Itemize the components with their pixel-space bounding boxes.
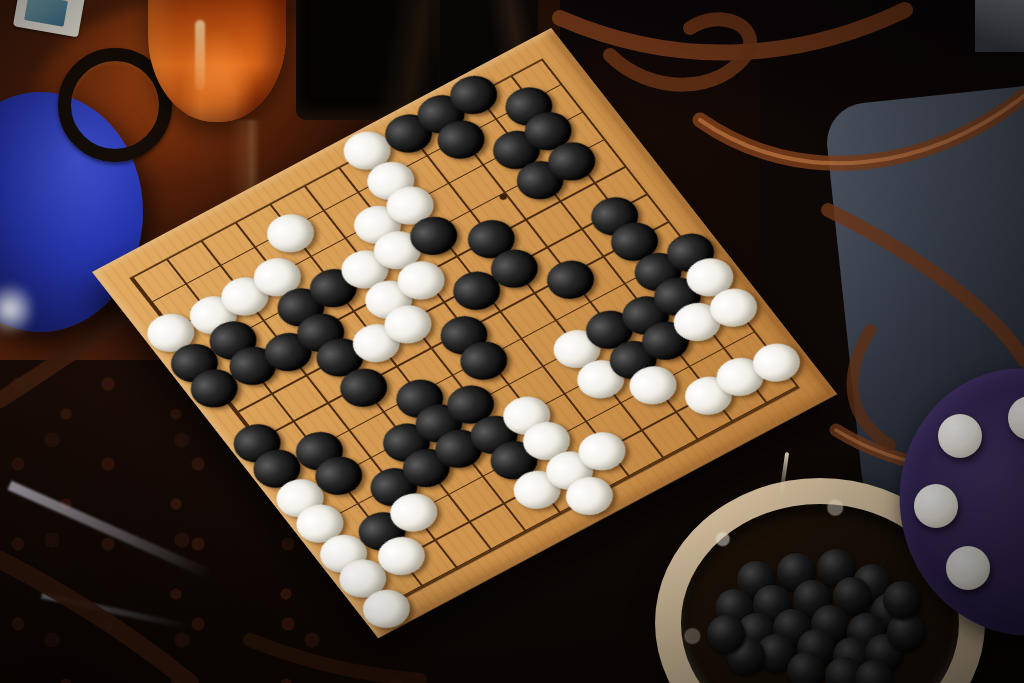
captured-white-stone-1[interactable]	[938, 414, 982, 458]
bowl-black-stone-23[interactable]	[707, 615, 745, 653]
bowl-black-stone-22[interactable]	[883, 581, 921, 619]
carpet-light-patch	[975, 0, 1024, 52]
photo-scene	[0, 0, 1024, 683]
bowl-black-stone-19[interactable]	[787, 652, 825, 683]
captured-white-stone-3[interactable]	[946, 546, 990, 590]
card-artwork	[24, 0, 68, 27]
black-stone-j7[interactable]	[538, 253, 602, 306]
drink-highlight	[195, 20, 205, 90]
white-stone-e2[interactable]	[258, 207, 322, 260]
captured-white-stone-2[interactable]	[914, 484, 958, 528]
hoshi-point	[498, 193, 508, 201]
bowl-black-stone-21[interactable]	[887, 613, 925, 651]
